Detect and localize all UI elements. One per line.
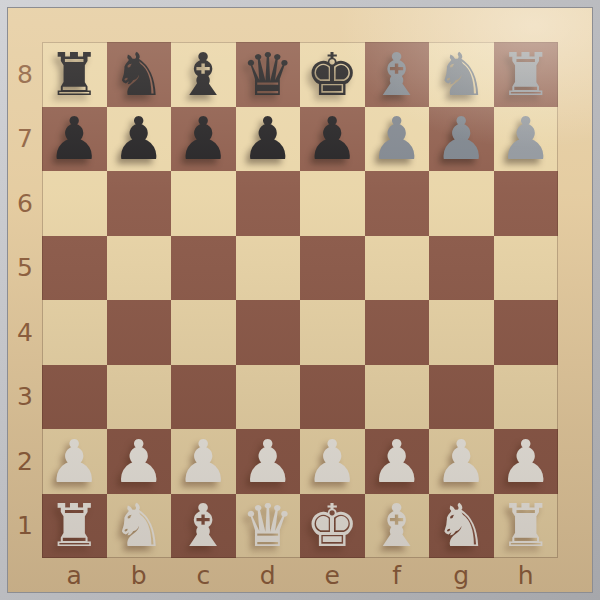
mat-margin-cell [494,8,559,42]
square-f1[interactable]: ♝ [365,494,430,559]
mat-margin-cell [42,8,107,42]
square-h6[interactable] [494,171,559,236]
board-mat: 8♜♞♝♛♚♝♞♜7♟♟♟♟♟♟♟♟65432♟♟♟♟♟♟♟♟1♜♞♝♛♚♝♞♜… [8,8,592,592]
square-b2[interactable]: ♟ [107,429,172,494]
black-rook[interactable]: ♜ [48,45,101,104]
square-b6[interactable] [107,171,172,236]
square-h7[interactable]: ♟ [494,107,559,172]
black-pawn[interactable]: ♟ [48,109,101,168]
rank-label-7: 7 [8,107,42,172]
white-knight[interactable]: ♞ [435,496,488,555]
white-pawn[interactable]: ♟ [435,432,488,491]
square-e5[interactable] [300,236,365,301]
square-h5[interactable] [494,236,559,301]
square-c3[interactable] [171,365,236,430]
square-g3[interactable] [429,365,494,430]
square-f6[interactable] [365,171,430,236]
black-pawn[interactable]: ♟ [112,109,165,168]
square-a3[interactable] [42,365,107,430]
square-f7[interactable]: ♟ [365,107,430,172]
white-pawn[interactable]: ♟ [370,432,423,491]
square-c8[interactable]: ♝ [171,42,236,107]
square-a4[interactable] [42,300,107,365]
black-bishop[interactable]: ♝ [177,45,230,104]
black-pawn[interactable]: ♟ [241,109,294,168]
square-b7[interactable]: ♟ [107,107,172,172]
mat-margin-cell [107,8,172,42]
mat-margin-cell [558,365,592,430]
mat-margin-cell [558,300,592,365]
square-d8[interactable]: ♛ [236,42,301,107]
white-king[interactable]: ♚ [306,496,359,555]
black-queen[interactable]: ♛ [241,45,294,104]
square-b3[interactable] [107,365,172,430]
square-g8[interactable]: ♞ [429,42,494,107]
mat-margin-cell [300,8,365,42]
file-label-e: e [300,558,365,592]
mat-margin-cell [8,8,42,42]
square-d7[interactable]: ♟ [236,107,301,172]
square-a1[interactable]: ♜ [42,494,107,559]
rank-label-4: 4 [8,300,42,365]
file-label-c: c [171,558,236,592]
square-d5[interactable] [236,236,301,301]
square-a7[interactable]: ♟ [42,107,107,172]
black-pawn[interactable]: ♟ [499,109,552,168]
mat-margin-cell [558,107,592,172]
board-frame: 8♜♞♝♛♚♝♞♜7♟♟♟♟♟♟♟♟65432♟♟♟♟♟♟♟♟1♜♞♝♛♚♝♞♜… [0,0,600,600]
black-pawn[interactable]: ♟ [177,109,230,168]
square-e2[interactable]: ♟ [300,429,365,494]
white-queen[interactable]: ♛ [241,496,294,555]
mat-margin-cell [236,8,301,42]
white-bishop[interactable]: ♝ [370,496,423,555]
file-label-a: a [42,558,107,592]
mat-margin-cell [429,8,494,42]
white-pawn[interactable]: ♟ [241,432,294,491]
rank-label-8: 8 [8,42,42,107]
square-b1[interactable]: ♞ [107,494,172,559]
square-d4[interactable] [236,300,301,365]
square-f4[interactable] [365,300,430,365]
mat-margin-cell [558,494,592,559]
file-label-d: d [236,558,301,592]
black-king[interactable]: ♚ [306,45,359,104]
square-h8[interactable]: ♜ [494,42,559,107]
square-h4[interactable] [494,300,559,365]
square-d2[interactable]: ♟ [236,429,301,494]
square-c7[interactable]: ♟ [171,107,236,172]
black-pawn[interactable]: ♟ [306,109,359,168]
mat-margin-cell [365,8,430,42]
square-a8[interactable]: ♜ [42,42,107,107]
square-f2[interactable]: ♟ [365,429,430,494]
rank-label-2: 2 [8,429,42,494]
mat-margin-cell [558,429,592,494]
square-h1[interactable]: ♜ [494,494,559,559]
square-c1[interactable]: ♝ [171,494,236,559]
file-label-f: f [365,558,430,592]
white-pawn[interactable]: ♟ [499,432,552,491]
square-b8[interactable]: ♞ [107,42,172,107]
square-e8[interactable]: ♚ [300,42,365,107]
square-g7[interactable]: ♟ [429,107,494,172]
square-f5[interactable] [365,236,430,301]
white-knight[interactable]: ♞ [112,496,165,555]
square-c6[interactable] [171,171,236,236]
square-e6[interactable] [300,171,365,236]
square-c4[interactable] [171,300,236,365]
square-a5[interactable] [42,236,107,301]
white-pawn[interactable]: ♟ [112,432,165,491]
square-b4[interactable] [107,300,172,365]
square-h3[interactable] [494,365,559,430]
square-e1[interactable]: ♚ [300,494,365,559]
white-pawn[interactable]: ♟ [48,432,101,491]
square-g5[interactable] [429,236,494,301]
file-label-g: g [429,558,494,592]
white-pawn[interactable]: ♟ [306,432,359,491]
square-f3[interactable] [365,365,430,430]
mat-margin-cell [558,171,592,236]
square-e7[interactable]: ♟ [300,107,365,172]
square-e3[interactable] [300,365,365,430]
mat-margin-cell [558,8,592,42]
black-rook[interactable]: ♜ [499,45,552,104]
square-c2[interactable]: ♟ [171,429,236,494]
white-bishop[interactable]: ♝ [177,496,230,555]
white-rook[interactable]: ♜ [499,496,552,555]
mat-margin-cell [171,8,236,42]
mat-margin-cell [558,42,592,107]
square-d6[interactable] [236,171,301,236]
rank-label-5: 5 [8,236,42,301]
square-f8[interactable]: ♝ [365,42,430,107]
black-bishop[interactable]: ♝ [370,45,423,104]
black-knight[interactable]: ♞ [435,45,488,104]
file-label-b: b [107,558,172,592]
rank-label-1: 1 [8,494,42,559]
square-a2[interactable]: ♟ [42,429,107,494]
square-c5[interactable] [171,236,236,301]
black-pawn[interactable]: ♟ [435,109,488,168]
mat-margin-cell [8,558,42,592]
black-pawn[interactable]: ♟ [370,109,423,168]
square-h2[interactable]: ♟ [494,429,559,494]
white-rook[interactable]: ♜ [48,496,101,555]
square-g2[interactable]: ♟ [429,429,494,494]
rank-label-3: 3 [8,365,42,430]
square-b5[interactable] [107,236,172,301]
rank-label-6: 6 [8,171,42,236]
mat-margin-cell [558,236,592,301]
square-g1[interactable]: ♞ [429,494,494,559]
white-pawn[interactable]: ♟ [177,432,230,491]
mat-margin-cell [558,558,592,592]
square-g4[interactable] [429,300,494,365]
file-label-h: h [494,558,559,592]
black-knight[interactable]: ♞ [112,45,165,104]
square-d1[interactable]: ♛ [236,494,301,559]
square-e4[interactable] [300,300,365,365]
square-g6[interactable] [429,171,494,236]
square-a6[interactable] [42,171,107,236]
square-d3[interactable] [236,365,301,430]
